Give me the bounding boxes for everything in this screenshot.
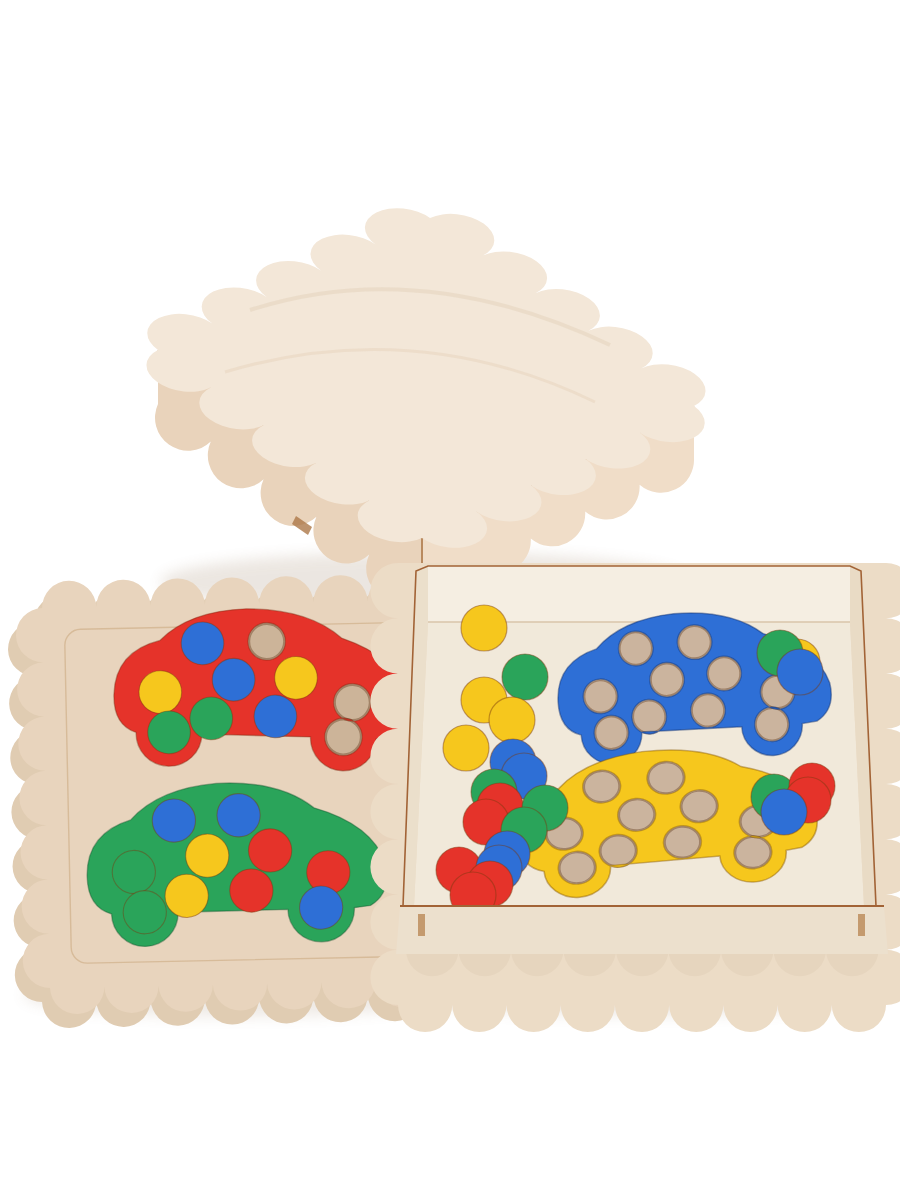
- token-yellow[interactable]: [461, 605, 507, 651]
- peg-token[interactable]: [274, 656, 318, 700]
- token-yellow[interactable]: [489, 697, 535, 743]
- open-box: [370, 563, 900, 1032]
- peg-token[interactable]: [189, 696, 233, 740]
- closed-box[interactable]: [104, 186, 747, 612]
- peg-token[interactable]: [229, 868, 273, 912]
- joint-notch: [418, 914, 425, 936]
- token-yellow[interactable]: [443, 725, 489, 771]
- peg-token[interactable]: [253, 695, 297, 739]
- peg-token[interactable]: [165, 874, 209, 918]
- peg-token[interactable]: [185, 834, 229, 878]
- peg-token[interactable]: [181, 621, 225, 665]
- peg-token[interactable]: [123, 890, 167, 934]
- peg-token[interactable]: [152, 798, 196, 842]
- token-blue[interactable]: [777, 649, 823, 695]
- box-front-wall: [396, 906, 888, 954]
- peg-token[interactable]: [299, 885, 343, 929]
- token-blue[interactable]: [761, 789, 807, 835]
- peg-token[interactable]: [212, 658, 256, 702]
- product-photo: [0, 0, 900, 1200]
- joint-notch: [858, 914, 865, 936]
- peg-token[interactable]: [216, 793, 260, 837]
- peg-token[interactable]: [138, 670, 182, 714]
- peg-token[interactable]: [147, 710, 191, 754]
- scene: [0, 0, 900, 1200]
- closed-box-lid[interactable]: [104, 186, 747, 570]
- peg-token[interactable]: [248, 828, 292, 872]
- peg-token[interactable]: [112, 850, 156, 894]
- token-green[interactable]: [502, 654, 548, 700]
